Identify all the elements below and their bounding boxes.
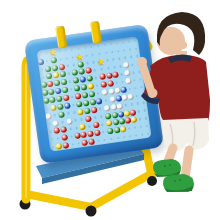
photo-scene: ★★★	[0, 0, 220, 220]
shoe-vent-dot	[169, 164, 171, 166]
child-hand	[137, 57, 147, 67]
child-hand-lower	[149, 89, 158, 98]
child-figure	[0, 0, 220, 220]
shoe-vent-dot	[164, 165, 166, 167]
shoe-vent-dot	[179, 179, 181, 181]
child-ear	[179, 41, 187, 49]
child-back-leg	[185, 150, 189, 178]
shoe-vent-dot	[174, 180, 176, 182]
child-shorts	[162, 118, 209, 151]
